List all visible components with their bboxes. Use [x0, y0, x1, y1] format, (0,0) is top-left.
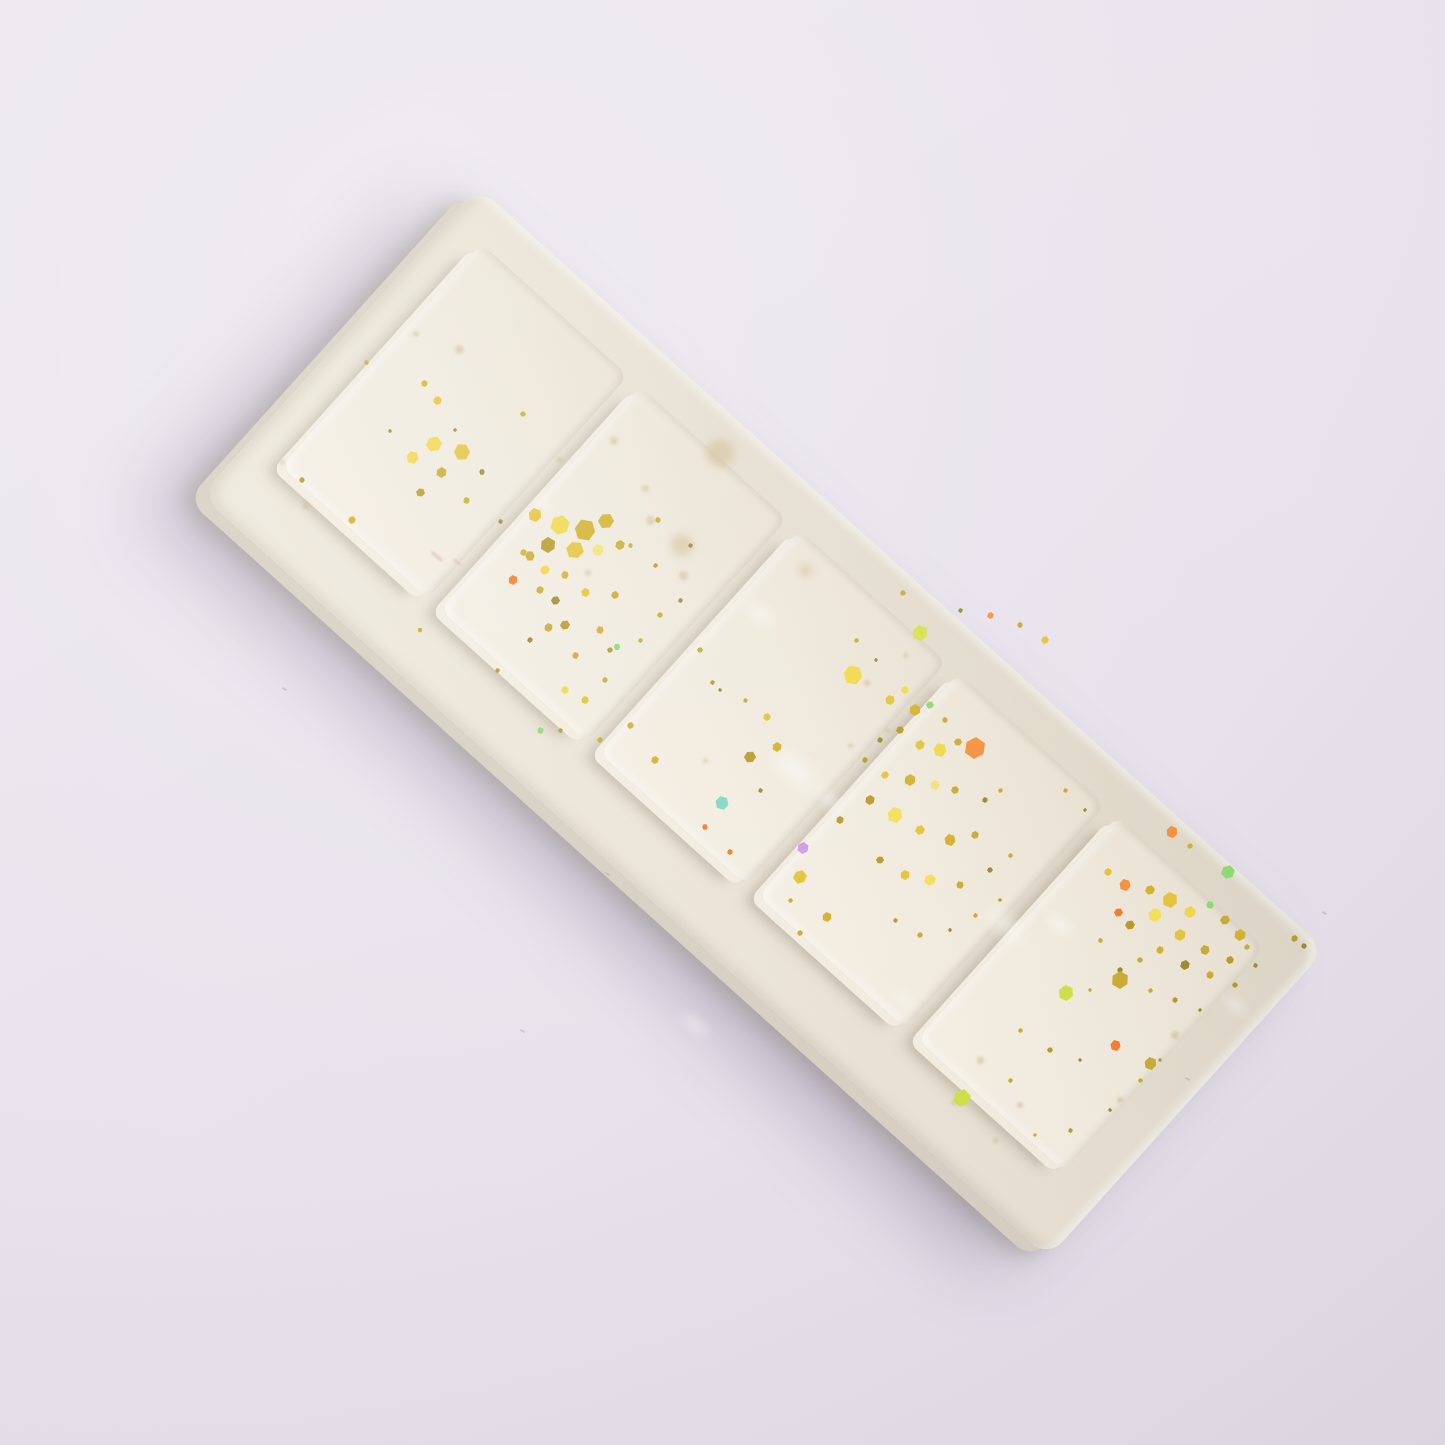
glitter-flake: [559, 684, 570, 695]
glitter-flake: [423, 433, 445, 455]
glitter-flake: [1055, 982, 1076, 1003]
glitter-flake: [625, 720, 635, 730]
glitter-flake: [955, 880, 964, 889]
glitter-flake: [1112, 906, 1124, 918]
glitter-flake: [1039, 634, 1050, 645]
glitter-flake: [1123, 918, 1137, 932]
glitter-flake: [885, 805, 906, 826]
glitter-flake: [894, 724, 905, 735]
glitter-flake: [948, 928, 953, 933]
glitter-flake: [627, 542, 633, 548]
wax-speck: [885, 728, 890, 733]
glitter-flake: [536, 726, 545, 735]
glitter-flake: [932, 742, 948, 758]
photo-background: [0, 0, 1445, 1445]
glitter-flake: [479, 469, 485, 475]
glitter-flake: [519, 410, 527, 418]
glitter-flake: [852, 636, 859, 643]
glitter-flake: [742, 697, 748, 703]
dust-speck: [282, 687, 287, 691]
wax-pink-streak: [431, 551, 444, 562]
glitter-flake: [677, 597, 683, 603]
glitter-flake: [863, 793, 877, 807]
glitter-flake: [542, 621, 554, 633]
glitter-flake: [591, 543, 606, 558]
glitter-flake: [960, 733, 991, 764]
glitter-flake: [526, 636, 534, 644]
glitter-flake: [534, 584, 545, 595]
glitter-layer: [0, 0, 1445, 1445]
glitter-flake: [761, 711, 772, 722]
glitter-flake: [298, 476, 305, 483]
glitter-flake: [580, 695, 590, 705]
glitter-flake: [549, 594, 561, 606]
glitter-flake: [525, 551, 535, 561]
glitter-flake: [875, 855, 886, 866]
wax-shine: [756, 732, 835, 809]
glitter-flake: [1146, 906, 1164, 924]
glitter-flake: [1082, 807, 1088, 813]
glitter-flake: [1118, 878, 1133, 893]
glitter-flake: [388, 429, 392, 433]
wax-speck: [557, 457, 563, 463]
glitter-flake: [1142, 1055, 1159, 1072]
wax-speck: [1117, 1097, 1123, 1103]
glitter-flake: [1186, 842, 1194, 850]
glitter-flake: [419, 378, 428, 387]
glitter-flake: [1046, 1046, 1054, 1054]
glitter-flake: [985, 610, 995, 620]
wax-speck: [703, 758, 708, 763]
glitter-flake: [861, 756, 869, 764]
glitter-flake: [1289, 933, 1299, 943]
glitter-flake: [709, 679, 716, 686]
glitter-flake: [1097, 937, 1103, 943]
wax-speck: [679, 571, 688, 580]
glitter-flake: [1232, 927, 1249, 944]
glitter-flake: [757, 787, 763, 793]
glitter-flake: [981, 796, 989, 804]
glitter-flake: [929, 779, 941, 791]
glitter-flake: [1032, 1132, 1038, 1138]
glitter-flake: [899, 589, 907, 597]
glitter-flake: [820, 910, 833, 923]
glitter-flake: [696, 646, 704, 654]
glitter-flake: [899, 684, 910, 695]
glitter-flake: [494, 667, 500, 673]
glitter-flake: [873, 657, 878, 662]
glitter-flake: [1231, 981, 1239, 989]
glitter-flake: [913, 823, 927, 837]
glitter-flake: [546, 511, 574, 539]
dust-speck: [605, 872, 610, 876]
glitter-flake: [1006, 1076, 1013, 1083]
glitter-flake: [713, 794, 730, 811]
glitter-flake: [1224, 954, 1235, 965]
glitter-flake: [969, 829, 980, 840]
glitter-flake: [1182, 904, 1199, 921]
glitter-flake: [404, 449, 420, 465]
wax-speck: [993, 1138, 998, 1143]
glitter-flake: [1067, 1127, 1074, 1134]
dust-speck: [1185, 1077, 1190, 1081]
wax-speck: [799, 564, 812, 577]
glitter-flake: [898, 868, 911, 881]
wax-speck: [1171, 1031, 1179, 1039]
glitter-flake: [414, 486, 426, 498]
glitter-flake: [454, 444, 471, 461]
glitter-flake: [925, 700, 936, 711]
glitter-flake: [943, 833, 958, 848]
glitter-flake: [1159, 889, 1180, 910]
glitter-flake: [1205, 900, 1214, 909]
wax-speck: [413, 331, 419, 337]
glitter-flake: [949, 1085, 974, 1110]
glitter-flake: [941, 716, 948, 723]
glitter-flake: [433, 464, 448, 479]
wax-speck: [977, 1057, 984, 1064]
glitter-flake: [537, 534, 559, 556]
glitter-flake: [572, 517, 597, 542]
glitter-flake: [538, 563, 552, 577]
wax-speck: [1017, 1102, 1023, 1108]
glitter-flake: [1108, 1108, 1113, 1113]
glitter-flake: [972, 912, 979, 919]
glitter-flake: [363, 359, 369, 365]
glitter-flake: [1301, 943, 1308, 950]
glitter-flake: [796, 929, 804, 937]
glitter-flake: [606, 646, 614, 654]
dust-speck: [1322, 911, 1327, 915]
wax-shine: [669, 1000, 721, 1050]
glitter-flake: [957, 607, 964, 614]
glitter-flake: [497, 518, 503, 524]
wax-speck: [585, 570, 591, 576]
glitter-flake: [953, 737, 964, 748]
glitter-flake: [1172, 927, 1188, 943]
glitter-flake: [795, 840, 812, 857]
wax-speck: [646, 516, 655, 525]
glitter-flake: [876, 736, 884, 744]
glitter-flake: [418, 628, 423, 633]
glitter-flake: [595, 625, 604, 634]
wax-shine: [971, 892, 1038, 957]
glitter-flake: [601, 676, 609, 684]
glitter-flake: [1136, 1076, 1143, 1083]
wax-shine: [807, 778, 853, 823]
glitter-flake: [1197, 1007, 1203, 1013]
glitter-flake: [726, 848, 734, 856]
glitter-flake: [902, 772, 918, 788]
wax-speck: [303, 502, 310, 509]
glitter-flake: [1164, 824, 1179, 839]
glitter-flake: [649, 754, 660, 765]
glitter-flake: [557, 727, 563, 733]
glitter-flake: [1171, 996, 1179, 1004]
glitter-flake: [790, 867, 810, 887]
glitter-flake: [718, 688, 723, 693]
glitter-flake: [526, 506, 544, 524]
dust-speck: [520, 1029, 525, 1033]
glitter-flake: [1243, 943, 1251, 951]
glitter-flake: [787, 897, 794, 904]
glitter-flake: [913, 738, 927, 752]
glitter-flake: [560, 570, 570, 580]
wax-speck: [903, 653, 908, 658]
glitter-flake: [907, 702, 923, 718]
glitter-flake: [558, 618, 572, 632]
glitter-flake: [595, 510, 617, 532]
glitter-flake: [637, 637, 644, 644]
glitter-flake: [1103, 867, 1114, 878]
glitter-flake: [1178, 958, 1192, 972]
wax-shine: [885, 981, 925, 1020]
glitter-flake: [506, 573, 519, 586]
wax-speck: [455, 345, 464, 354]
glitter-flake: [652, 562, 659, 569]
glitter-flake: [1136, 956, 1144, 964]
wax-speck: [280, 460, 285, 465]
wax-speck: [864, 680, 870, 686]
glitter-flake: [571, 651, 580, 660]
glitter-flake: [1062, 787, 1069, 794]
glitter-flake: [1218, 862, 1238, 882]
glitter-flake: [986, 866, 994, 874]
glitter-flake: [614, 644, 621, 651]
glitter-flake: [346, 514, 357, 525]
wax-speck: [642, 485, 649, 492]
glitter-flake: [431, 394, 444, 407]
glitter-flake: [1252, 962, 1258, 968]
wax-shine: [733, 589, 788, 642]
glitter-flake: [997, 897, 1002, 902]
wax-speck: [848, 743, 853, 748]
glitter-flake: [656, 611, 664, 619]
glitter-flake: [916, 931, 924, 939]
glitter-flake: [997, 787, 1004, 794]
glitter-flake: [922, 872, 939, 889]
glitter-flake: [879, 769, 890, 780]
glitter-flake: [884, 694, 897, 707]
wax-shine: [1213, 983, 1257, 1026]
glitter-flake: [1157, 1057, 1162, 1062]
glitter-flake: [1007, 852, 1014, 859]
glitter-flake: [1108, 968, 1133, 993]
glitter-flake: [742, 749, 758, 765]
glitter-flake: [613, 538, 627, 552]
glitter-flake: [841, 663, 864, 686]
glitter-flake: [770, 740, 784, 754]
glitter-flake: [949, 784, 960, 795]
glitter-flake: [1199, 944, 1211, 956]
wax-shine: [1036, 901, 1085, 948]
glitter-flake: [596, 736, 604, 744]
glitter-flake: [1147, 987, 1154, 994]
glitter-flake: [1143, 883, 1157, 897]
glitter-flake: [1108, 1038, 1121, 1051]
glitter-flake: [1017, 1027, 1024, 1034]
glitter-flake: [835, 815, 846, 826]
glitter-flake: [1218, 913, 1232, 927]
glitter-flake: [892, 917, 898, 923]
glitter-flake: [579, 586, 591, 598]
glitter-flake: [1016, 621, 1023, 628]
wax-pink-streak: [453, 558, 462, 566]
glitter-flake: [452, 427, 457, 432]
glitter-flake: [1205, 970, 1215, 980]
glitter-flake: [609, 589, 620, 600]
glitter-flake: [909, 622, 930, 643]
glitter-flake: [1088, 988, 1093, 993]
glitter-flake: [563, 538, 586, 561]
wax-speck: [706, 439, 734, 467]
glitter-flake: [702, 824, 708, 830]
glitter-flake: [462, 496, 471, 505]
glitter-flake: [1155, 945, 1166, 956]
glitter-flake: [1077, 1057, 1082, 1062]
glitter-flake: [654, 516, 661, 523]
wax-speck: [610, 437, 618, 445]
